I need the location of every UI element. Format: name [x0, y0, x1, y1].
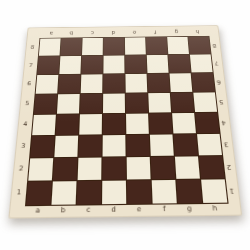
coord-label-b-top: b	[61, 28, 82, 38]
coord-label-a-top: a	[40, 28, 62, 38]
square-a8	[38, 38, 60, 55]
square-b1	[51, 181, 76, 205]
square-h3	[196, 133, 221, 154]
square-h2	[198, 156, 224, 178]
playing-area	[24, 35, 228, 205]
square-b5	[56, 94, 79, 114]
square-f8	[146, 37, 167, 54]
square-e2	[126, 156, 150, 179]
square-c7	[81, 55, 102, 73]
square-f5	[148, 93, 171, 113]
square-e6	[125, 73, 147, 92]
square-d3	[102, 135, 125, 156]
square-a2	[28, 158, 53, 181]
square-d2	[102, 157, 126, 180]
square-b6	[58, 74, 80, 93]
square-b4	[55, 114, 78, 135]
square-a3	[30, 135, 54, 157]
square-e4	[126, 113, 149, 134]
square-a6	[35, 74, 58, 93]
square-e5	[125, 93, 147, 113]
square-d4	[102, 113, 125, 134]
square-g8	[167, 36, 189, 53]
square-h1	[201, 179, 227, 203]
square-d1	[101, 180, 125, 204]
square-c8	[82, 38, 103, 55]
chess-board: abcdefgh abcdefgh 87654321 87654321	[8, 25, 242, 218]
square-c4	[79, 114, 102, 135]
square-d7	[103, 55, 124, 73]
square-c1	[76, 180, 100, 204]
square-g5	[170, 92, 193, 112]
square-c2	[77, 157, 101, 180]
square-g6	[169, 73, 192, 92]
square-f2	[150, 156, 174, 179]
square-e3	[126, 134, 149, 155]
board-photo: abcdefgh abcdefgh 87654321 87654321	[0, 0, 250, 250]
square-d6	[103, 74, 125, 93]
square-f3	[149, 134, 173, 155]
square-h4	[195, 112, 219, 133]
square-h8	[188, 36, 210, 53]
square-a4	[32, 114, 56, 135]
square-h6	[191, 73, 214, 92]
square-e7	[125, 55, 146, 73]
square-g3	[173, 134, 197, 155]
square-f1	[151, 179, 176, 203]
square-g7	[168, 54, 190, 72]
square-c6	[80, 74, 102, 93]
square-h7	[189, 54, 212, 72]
square-g1	[176, 179, 202, 203]
square-b2	[52, 157, 76, 180]
square-f4	[149, 113, 172, 134]
coord-label-e-top: e	[124, 27, 145, 37]
square-c3	[78, 135, 101, 157]
square-b3	[54, 135, 78, 157]
square-b8	[60, 38, 81, 55]
coord-label-g-top: g	[165, 26, 187, 36]
square-g4	[172, 112, 196, 133]
square-f6	[147, 73, 169, 92]
square-a5	[33, 94, 56, 114]
coord-label-c-top: c	[82, 27, 103, 37]
square-a1	[26, 181, 52, 205]
square-e1	[126, 180, 150, 204]
coord-label-d-top: d	[103, 27, 124, 37]
square-h5	[193, 92, 217, 112]
square-a7	[37, 56, 59, 74]
coord-label-f-top: f	[145, 27, 166, 37]
coord-label-h-top: h	[186, 26, 208, 36]
square-g2	[174, 156, 199, 179]
square-f7	[146, 55, 168, 73]
square-d5	[102, 93, 124, 113]
square-e8	[124, 37, 145, 54]
square-b7	[59, 56, 81, 74]
square-c5	[79, 93, 101, 113]
square-d8	[103, 37, 124, 54]
